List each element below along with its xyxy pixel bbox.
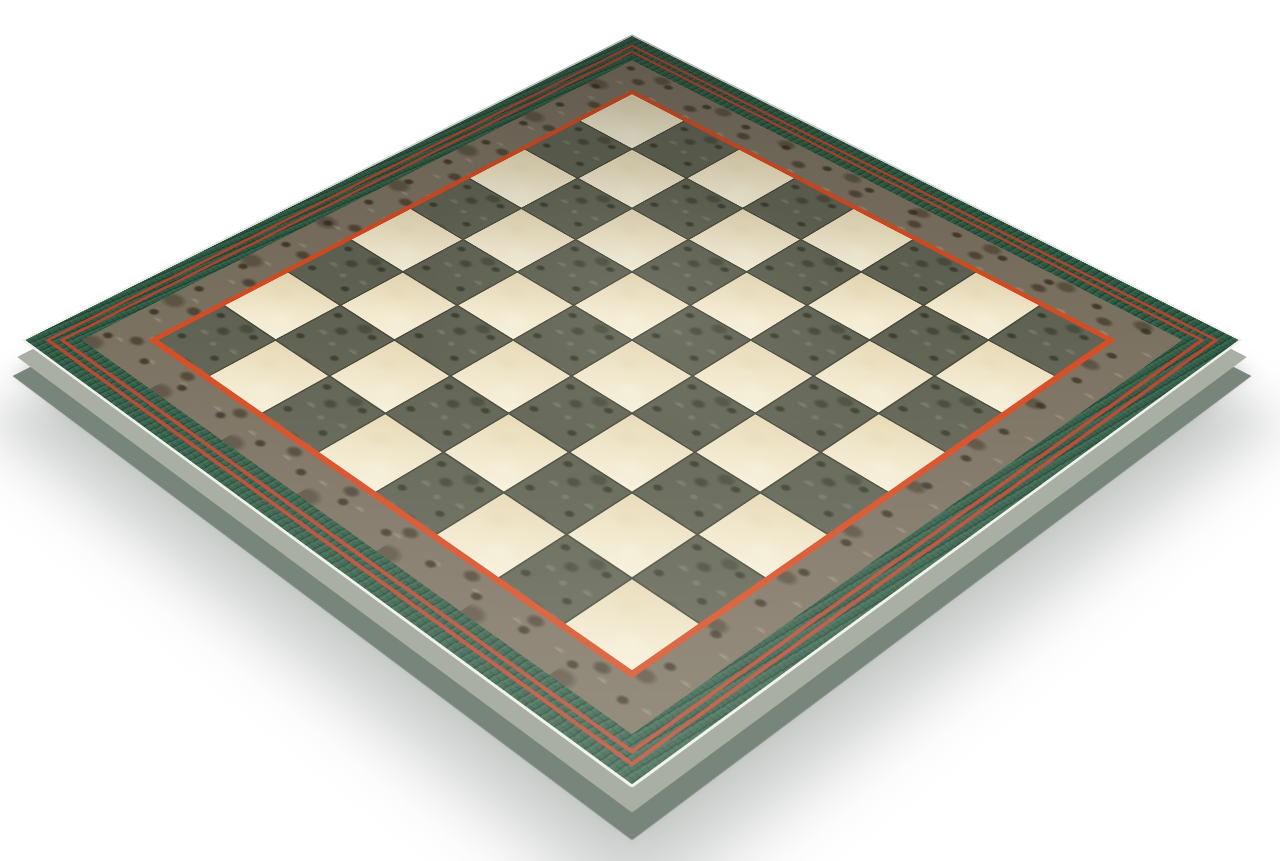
photo-background: [0, 0, 1280, 861]
frame-inner-green-band: [65, 53, 1199, 749]
briar-burl-border: [82, 60, 1182, 734]
frame-green-gap: [51, 47, 1213, 762]
board-grid: [158, 94, 1106, 670]
chess-board: [21, 34, 1243, 788]
frame-pinstripe-outer: [45, 45, 1219, 767]
frame-outer-green-band: [21, 34, 1243, 788]
playing-field-border-line: [148, 90, 1115, 679]
frame-pinstripe-inner: [59, 51, 1205, 754]
